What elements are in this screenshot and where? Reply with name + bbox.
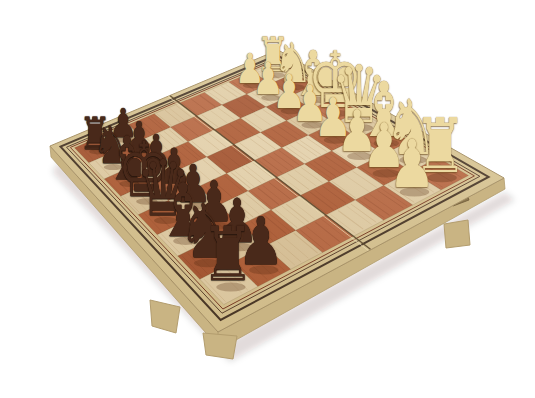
board-foot-4: [444, 220, 470, 248]
board-foot-3: [203, 333, 237, 359]
piece-white-pawn-a2[interactable]: ♟: [388, 131, 436, 197]
piece-black-rook-a8[interactable]: ♜: [202, 218, 256, 293]
chess-set-photo-scene: ♜♟♞♟♝♟♚♟♛♟♟♝♜♟♟♞♞♟♟♜♝♟♟♚♟♛♟♝♟♞♟♜: [0, 0, 535, 398]
board-foot-2: [150, 300, 180, 333]
